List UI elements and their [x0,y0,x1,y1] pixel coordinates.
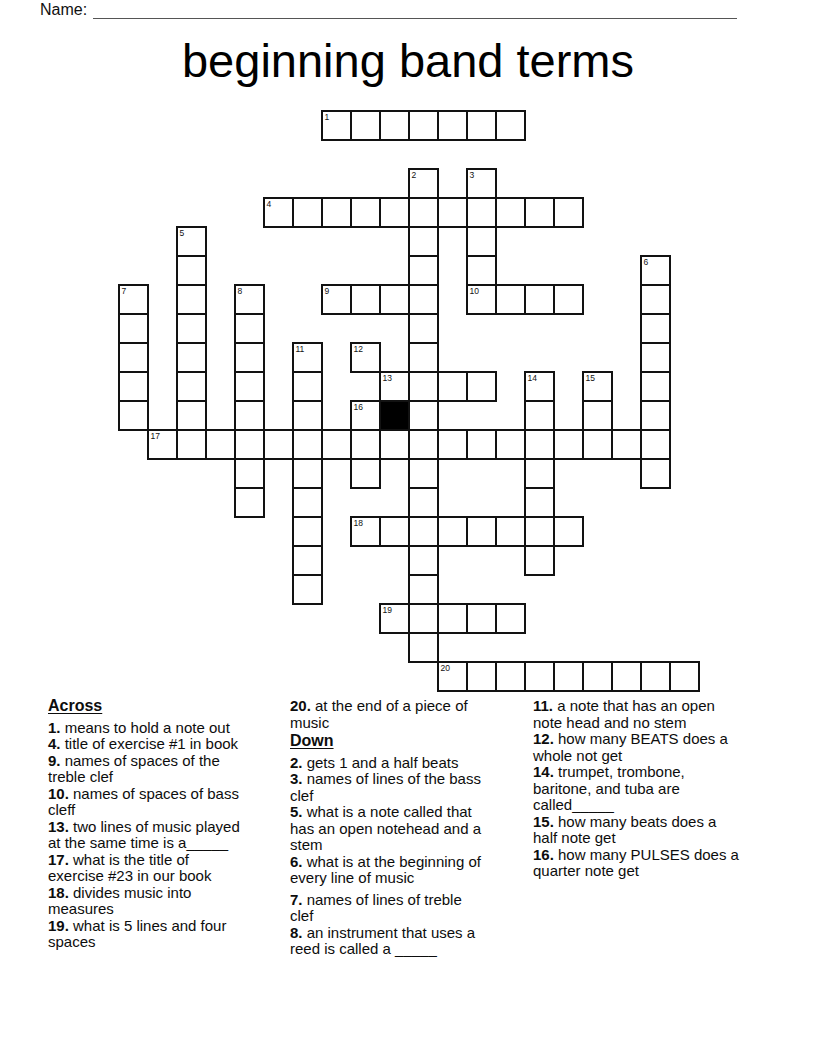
cell-number: 1 [325,113,330,122]
cell-number: 9 [325,287,330,296]
grid-cell[interactable] [408,516,439,547]
clue-column-2: 20. at the end of a piece of musicDown2.… [290,698,528,958]
cell-number: 12 [354,345,363,354]
clue-number: 8. [290,924,303,941]
grid-cell[interactable] [292,516,323,547]
grid-cell[interactable] [553,661,584,692]
cell-number: 7 [122,287,127,296]
grid-cell[interactable] [408,487,439,518]
grid-cell[interactable] [524,429,555,460]
grid-cell[interactable]: 14 [524,371,555,402]
crossword-grid: 1234567891011121314151617181920 [118,110,700,692]
grid-cell[interactable] [292,400,323,431]
grid-cell[interactable] [176,284,207,315]
clue-number: 9. [48,752,61,769]
grid-cell[interactable]: 2 [408,168,439,199]
grid-cell[interactable] [379,110,410,141]
grid-cell[interactable] [466,226,497,257]
clue-number: 7. [290,891,303,908]
clue-4: 4. title of exercise #1 in book [48,736,288,753]
clue-number: 20. [290,697,311,714]
grid-cell[interactable] [408,400,439,431]
clue-column-3: 11. a note that has an open note head an… [533,698,778,880]
grid-cell[interactable] [466,516,497,547]
grid-cell[interactable] [495,284,526,315]
grid-cell[interactable] [437,110,468,141]
grid-cell[interactable] [408,603,439,634]
grid-cell[interactable]: 8 [234,284,265,315]
grid-cell[interactable] [234,313,265,344]
clue-number: 11. [533,697,553,714]
clue-number: 10. [48,785,69,802]
grid-cell[interactable] [292,458,323,489]
grid-cell[interactable] [524,516,555,547]
grid-cell[interactable] [118,371,149,402]
grid-cell[interactable] [524,284,555,315]
grid-cell[interactable] [495,429,526,460]
grid-cell[interactable] [321,197,352,228]
cell-number: 16 [354,403,363,412]
name-blank-line[interactable] [93,0,737,19]
cell-number: 19 [383,606,392,615]
grid-cell[interactable] [350,284,381,315]
grid-cell[interactable] [176,400,207,431]
cell-number: 8 [238,287,243,296]
grid-cell[interactable] [524,400,555,431]
grid-cell[interactable] [408,313,439,344]
clue-5: 5. what is a note called that has an ope… [290,804,528,854]
grid-cell[interactable] [495,110,526,141]
grid-cell[interactable] [640,313,671,344]
grid-cell[interactable] [176,255,207,286]
clue-column-1: Across1. means to hold a note out4. titl… [48,698,288,951]
grid-cell[interactable] [408,458,439,489]
grid-cell[interactable] [640,371,671,402]
cell-number: 20 [441,664,450,673]
grid-cell[interactable]: 4 [263,197,294,228]
grid-cell[interactable] [553,284,584,315]
grid-cell[interactable] [582,661,613,692]
grid-cell[interactable] [524,197,555,228]
grid-cell[interactable] [408,574,439,605]
grid-cell[interactable] [379,429,410,460]
grid-cell[interactable] [234,487,265,518]
clue-number: 2. [290,754,303,771]
grid-cell[interactable] [524,458,555,489]
grid-cell[interactable]: 13 [379,371,410,402]
grid-cell[interactable]: 1 [321,110,352,141]
grid-cell[interactable] [408,284,439,315]
grid-cell[interactable]: 3 [466,168,497,199]
grid-cell[interactable] [408,255,439,286]
grid-cell[interactable] [292,197,323,228]
grid-cell[interactable] [466,197,497,228]
grid-cell[interactable]: 17 [147,429,178,460]
clue-number: 12. [533,730,554,747]
grid-cell[interactable] [640,400,671,431]
grid-cell[interactable]: 15 [582,371,613,402]
grid-cell[interactable] [234,400,265,431]
grid-cell[interactable] [118,342,149,373]
clue-number: 15. [533,813,554,830]
grid-cell[interactable] [176,313,207,344]
grid-cell[interactable] [350,458,381,489]
clue-16: 16. how many PULSES does a quarter note … [533,847,778,880]
clue-number: 1. [48,719,61,736]
down-header: Down [290,733,528,750]
clue-number: 3. [290,770,303,787]
grid-cell[interactable]: 18 [350,516,381,547]
grid-cell[interactable]: 9 [321,284,352,315]
grid-cell[interactable] [553,197,584,228]
cell-number: 11 [296,345,305,354]
clue-17: 17. what is the title of exercise #23 in… [48,852,288,885]
grid-cell[interactable] [466,603,497,634]
grid-cell[interactable] [437,603,468,634]
grid-cell[interactable] [640,661,671,692]
clue-20: 20. at the end of a piece of music [290,698,528,731]
grid-cell[interactable] [176,371,207,402]
grid-cell[interactable] [582,400,613,431]
cell-number: 13 [383,374,392,383]
grid-cell[interactable] [408,545,439,576]
grid-cell[interactable] [524,487,555,518]
grid-cell[interactable]: 20 [437,661,468,692]
grid-cell[interactable] [408,226,439,257]
grid-cell[interactable] [408,429,439,460]
grid-cell[interactable] [350,110,381,141]
grid-cell[interactable] [408,197,439,228]
grid-cell[interactable]: 7 [118,284,149,315]
grid-cell[interactable] [408,342,439,373]
grid-cell[interactable] [408,371,439,402]
grid-cell[interactable] [437,516,468,547]
grid-cell[interactable] [466,255,497,286]
grid-cell[interactable] [495,661,526,692]
grid-cell[interactable] [611,429,642,460]
grid-cell[interactable] [437,429,468,460]
grid-cell[interactable] [524,661,555,692]
grid-cell[interactable] [553,516,584,547]
clue-3: 3. names of lines of the bass clef [290,771,528,804]
grid-cell[interactable] [379,516,410,547]
clue-15: 15. how many beats does a half note get [533,814,778,847]
grid-cell[interactable] [466,371,497,402]
clue-12: 12. how many BEATS does a whole not get [533,731,778,764]
clue-number: 18. [48,884,69,901]
grid-cell[interactable] [495,603,526,634]
cell-number: 14 [528,374,537,383]
grid-cell[interactable] [292,487,323,518]
grid-cell[interactable] [292,574,323,605]
clue-10: 10. names of spaces of bass cleff [48,786,288,819]
grid-cell[interactable] [292,371,323,402]
cell-number: 6 [644,258,649,267]
clue-number: 16. [533,846,554,863]
clue-2: 2. gets 1 and a half beats [290,755,528,772]
clue-number: 6. [290,853,303,870]
grid-cell[interactable] [669,661,700,692]
grid-cell[interactable] [205,429,236,460]
grid-cell[interactable]: 19 [379,603,410,634]
grid-cell[interactable]: 11 [292,342,323,373]
cell-number: 5 [180,229,185,238]
grid-cell[interactable] [640,284,671,315]
clue-number: 4. [48,735,61,752]
grid-cell[interactable] [118,313,149,344]
grid-cell[interactable] [408,110,439,141]
clue-number: 17. [48,851,69,868]
grid-cell[interactable] [176,429,207,460]
clue-number: 19. [48,917,69,934]
grid-cell[interactable] [611,661,642,692]
name-label: Name: [40,1,87,19]
cell-number: 2 [412,171,417,180]
clue-7: 7. names of lines of treble clef [290,892,528,925]
grid-cell[interactable] [321,429,352,460]
grid-cell[interactable] [582,429,613,460]
clue-14: 14. trumpet, trombone, baritone, and tub… [533,764,778,814]
clue-number: 5. [290,803,303,820]
grid-cell[interactable] [640,342,671,373]
grid-cell[interactable] [495,516,526,547]
across-header: Across [48,698,288,715]
grid-cell[interactable] [466,429,497,460]
cell-number: 18 [354,519,363,528]
grid-cell[interactable] [437,371,468,402]
grid-cell[interactable] [263,429,294,460]
clue-13: 13. two lines of music played at the sam… [48,819,288,852]
grid-cell[interactable] [640,458,671,489]
clue-11: 11. a note that has an open note head an… [533,698,778,731]
black-cell [379,400,410,431]
grid-cell[interactable] [292,545,323,576]
grid-cell[interactable] [408,632,439,663]
cell-number: 10 [470,287,479,296]
cell-number: 17 [151,432,160,441]
grid-cell[interactable] [350,429,381,460]
grid-cell[interactable] [379,284,410,315]
clue-19: 19. what is 5 lines and four spaces [48,918,288,951]
grid-cell[interactable] [466,110,497,141]
clue-number: 13. [48,818,69,835]
grid-cell[interactable] [234,371,265,402]
grid-cell[interactable] [234,342,265,373]
grid-cell[interactable] [553,429,584,460]
clue-6: 6. what is at the beginning of every lin… [290,854,528,887]
grid-cell[interactable]: 10 [466,284,497,315]
grid-cell[interactable] [234,429,265,460]
cell-number: 3 [470,171,475,180]
cell-number: 15 [586,374,595,383]
cell-number: 4 [267,200,272,209]
clue-8: 8. an instrument that uses a reed is cal… [290,925,528,958]
grid-cell[interactable] [350,197,381,228]
grid-cell[interactable] [292,429,323,460]
grid-cell[interactable] [234,458,265,489]
grid-cell[interactable]: 6 [640,255,671,286]
grid-cell[interactable] [176,342,207,373]
page-title: beginning band terms [0,33,816,88]
grid-cell[interactable] [437,197,468,228]
grid-cell[interactable] [495,197,526,228]
grid-cell[interactable] [379,197,410,228]
grid-cell[interactable]: 5 [176,226,207,257]
clue-9: 9. names of spaces of the treble clef [48,753,288,786]
grid-cell[interactable] [466,661,497,692]
grid-cell[interactable] [524,545,555,576]
clue-1: 1. means to hold a note out [48,720,288,737]
clue-18: 18. divides music into measures [48,885,288,918]
grid-cell[interactable]: 16 [350,400,381,431]
grid-cell[interactable] [118,400,149,431]
grid-cell[interactable] [640,429,671,460]
grid-cell[interactable]: 12 [350,342,381,373]
clue-number: 14. [533,763,554,780]
